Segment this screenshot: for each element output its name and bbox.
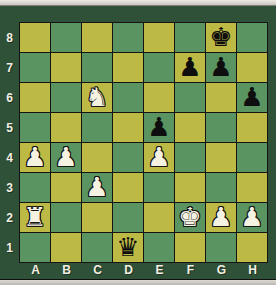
square-e8[interactable]	[144, 23, 174, 52]
square-a8[interactable]	[20, 23, 50, 52]
square-e3[interactable]	[144, 173, 174, 202]
square-c5[interactable]	[82, 113, 112, 142]
square-f7[interactable]: ♟	[175, 53, 205, 82]
file-label-f: F	[175, 262, 206, 278]
square-c1[interactable]	[82, 233, 112, 262]
square-b5[interactable]	[51, 113, 81, 142]
window-bottom-strip	[0, 279, 276, 285]
white-pawn-c3[interactable]: ♟	[85, 173, 108, 202]
square-c2[interactable]	[82, 203, 112, 232]
rank-label-7: 7	[0, 53, 19, 83]
file-label-h: H	[237, 262, 268, 278]
square-f3[interactable]	[175, 173, 205, 202]
square-a1[interactable]	[20, 233, 50, 262]
square-b1[interactable]	[51, 233, 81, 262]
square-e4[interactable]: ♟	[144, 143, 174, 172]
window-top-strip	[0, 0, 276, 6]
square-a4[interactable]: ♟	[20, 143, 50, 172]
square-a3[interactable]	[20, 173, 50, 202]
square-f1[interactable]	[175, 233, 205, 262]
file-label-g: G	[206, 262, 237, 278]
square-g1[interactable]	[206, 233, 236, 262]
square-e2[interactable]	[144, 203, 174, 232]
square-a2[interactable]: ♜	[20, 203, 50, 232]
square-a7[interactable]	[20, 53, 50, 82]
black-pawn-e5[interactable]: ♟	[147, 113, 170, 142]
file-label-e: E	[144, 262, 175, 278]
square-f2[interactable]: ♚	[175, 203, 205, 232]
rank-label-3: 3	[0, 173, 19, 203]
square-d8[interactable]	[113, 23, 143, 52]
square-c7[interactable]	[82, 53, 112, 82]
square-d5[interactable]	[113, 113, 143, 142]
square-a5[interactable]	[20, 113, 50, 142]
chess-board-window: 87654321 ♚♟♟♞♟♟♟♟♟♟♜♚♟♟♛ ABCDEFGH	[0, 0, 276, 285]
square-h2[interactable]: ♟	[237, 203, 267, 232]
square-c6[interactable]: ♞	[82, 83, 112, 112]
square-a6[interactable]	[20, 83, 50, 112]
square-f5[interactable]	[175, 113, 205, 142]
square-b2[interactable]	[51, 203, 81, 232]
black-pawn-g7[interactable]: ♟	[209, 53, 232, 82]
square-f4[interactable]	[175, 143, 205, 172]
square-d3[interactable]	[113, 173, 143, 202]
square-b8[interactable]	[51, 23, 81, 52]
square-b6[interactable]	[51, 83, 81, 112]
rank-label-4: 4	[0, 143, 19, 173]
square-h6[interactable]: ♟	[237, 83, 267, 112]
rank-labels: 87654321	[0, 23, 19, 263]
square-e5[interactable]: ♟	[144, 113, 174, 142]
square-h1[interactable]	[237, 233, 267, 262]
square-h7[interactable]	[237, 53, 267, 82]
square-e1[interactable]	[144, 233, 174, 262]
black-king-g8[interactable]: ♚	[209, 23, 232, 52]
square-g3[interactable]	[206, 173, 236, 202]
square-c8[interactable]	[82, 23, 112, 52]
square-b4[interactable]: ♟	[51, 143, 81, 172]
square-f8[interactable]	[175, 23, 205, 52]
square-f6[interactable]	[175, 83, 205, 112]
square-c4[interactable]	[82, 143, 112, 172]
square-h4[interactable]	[237, 143, 267, 172]
square-g5[interactable]	[206, 113, 236, 142]
square-e7[interactable]	[144, 53, 174, 82]
square-d6[interactable]	[113, 83, 143, 112]
square-g7[interactable]: ♟	[206, 53, 236, 82]
rank-label-5: 5	[0, 113, 19, 143]
square-b7[interactable]	[51, 53, 81, 82]
white-rook-a2[interactable]: ♜	[23, 203, 46, 232]
square-b3[interactable]	[51, 173, 81, 202]
white-pawn-b4[interactable]: ♟	[54, 143, 77, 172]
rank-label-6: 6	[0, 83, 19, 113]
square-g6[interactable]	[206, 83, 236, 112]
file-labels: ABCDEFGH	[20, 262, 268, 278]
square-h5[interactable]	[237, 113, 267, 142]
square-g8[interactable]: ♚	[206, 23, 236, 52]
square-g4[interactable]	[206, 143, 236, 172]
square-g2[interactable]: ♟	[206, 203, 236, 232]
rank-label-2: 2	[0, 203, 19, 233]
black-pawn-f7[interactable]: ♟	[178, 53, 201, 82]
white-pawn-h2[interactable]: ♟	[240, 203, 263, 232]
rank-label-8: 8	[0, 23, 19, 53]
file-label-b: B	[51, 262, 82, 278]
black-queen-d1[interactable]: ♛	[116, 233, 139, 262]
square-d4[interactable]	[113, 143, 143, 172]
square-h8[interactable]	[237, 23, 267, 52]
square-d7[interactable]	[113, 53, 143, 82]
white-pawn-g2[interactable]: ♟	[209, 203, 232, 232]
square-e6[interactable]	[144, 83, 174, 112]
square-h3[interactable]	[237, 173, 267, 202]
black-pawn-h6[interactable]: ♟	[240, 83, 263, 112]
file-label-a: A	[20, 262, 51, 278]
rank-label-1: 1	[0, 233, 19, 263]
square-d2[interactable]	[113, 203, 143, 232]
file-label-d: D	[113, 262, 144, 278]
white-king-f2[interactable]: ♚	[178, 203, 201, 232]
chess-board: ♚♟♟♞♟♟♟♟♟♟♜♚♟♟♛	[19, 22, 268, 263]
square-c3[interactable]: ♟	[82, 173, 112, 202]
file-label-c: C	[82, 262, 113, 278]
white-pawn-e4[interactable]: ♟	[147, 143, 170, 172]
square-d1[interactable]: ♛	[113, 233, 143, 262]
white-knight-c6[interactable]: ♞	[85, 83, 108, 112]
white-pawn-a4[interactable]: ♟	[23, 143, 46, 172]
